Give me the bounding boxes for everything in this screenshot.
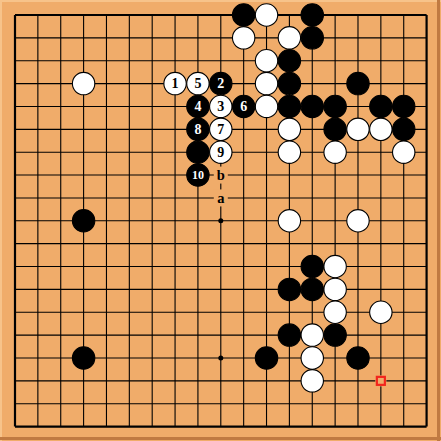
stone-white xyxy=(278,118,300,140)
stone-white xyxy=(347,118,369,140)
stone-white xyxy=(301,324,323,346)
stone-white xyxy=(278,210,300,232)
move-number-9: 9 xyxy=(217,145,224,160)
move-number-4: 4 xyxy=(194,99,201,114)
go-board-svg: 12345678910ba xyxy=(0,0,441,441)
stone-white xyxy=(347,210,369,232)
stone-black xyxy=(255,347,277,369)
stone-black xyxy=(72,210,94,232)
stone-white xyxy=(278,27,300,49)
star-point xyxy=(218,355,223,360)
board-edge-right xyxy=(437,0,440,441)
move-number-7: 7 xyxy=(217,122,224,137)
move-number-3: 3 xyxy=(217,99,224,114)
move-number-6: 6 xyxy=(240,99,247,114)
stone-white xyxy=(278,141,300,163)
stone-white xyxy=(255,72,277,94)
stone-black xyxy=(301,95,323,117)
move-number-5: 5 xyxy=(194,76,201,91)
board-edge-bottom xyxy=(0,437,441,440)
stone-black xyxy=(301,27,323,49)
stone-black xyxy=(301,255,323,277)
stone-black xyxy=(324,95,346,117)
board-edge-top xyxy=(0,0,441,2)
stone-white xyxy=(324,301,346,323)
stone-black xyxy=(301,278,323,300)
stone-white xyxy=(370,301,392,323)
stone-black xyxy=(278,324,300,346)
stone-black xyxy=(301,4,323,26)
stone-black xyxy=(278,50,300,72)
stone-white xyxy=(72,72,94,94)
letter-a: a xyxy=(217,190,225,206)
stone-black xyxy=(347,347,369,369)
stone-white xyxy=(255,95,277,117)
stone-black xyxy=(393,95,415,117)
stone-black xyxy=(370,95,392,117)
stone-white xyxy=(232,27,254,49)
stone-white xyxy=(255,50,277,72)
stone-black xyxy=(324,118,346,140)
stone-white xyxy=(324,278,346,300)
stone-black xyxy=(72,347,94,369)
stone-black xyxy=(278,95,300,117)
stone-white xyxy=(393,141,415,163)
board-edge-left xyxy=(0,0,2,441)
stone-white xyxy=(255,4,277,26)
move-number-2: 2 xyxy=(217,76,224,91)
stone-black xyxy=(232,4,254,26)
move-number-10: 10 xyxy=(192,168,204,182)
stone-white xyxy=(324,141,346,163)
stone-black xyxy=(278,278,300,300)
move-number-8: 8 xyxy=(194,122,201,137)
move-number-1: 1 xyxy=(172,76,179,91)
stone-white xyxy=(301,347,323,369)
stone-black xyxy=(187,141,209,163)
stone-black xyxy=(278,72,300,94)
stone-black xyxy=(347,72,369,94)
letter-b: b xyxy=(217,167,225,183)
stone-white xyxy=(301,370,323,392)
stone-white xyxy=(370,118,392,140)
star-point xyxy=(218,218,223,223)
go-board: 12345678910ba xyxy=(0,0,441,441)
stone-black xyxy=(393,118,415,140)
stone-white xyxy=(324,255,346,277)
stone-black xyxy=(324,324,346,346)
